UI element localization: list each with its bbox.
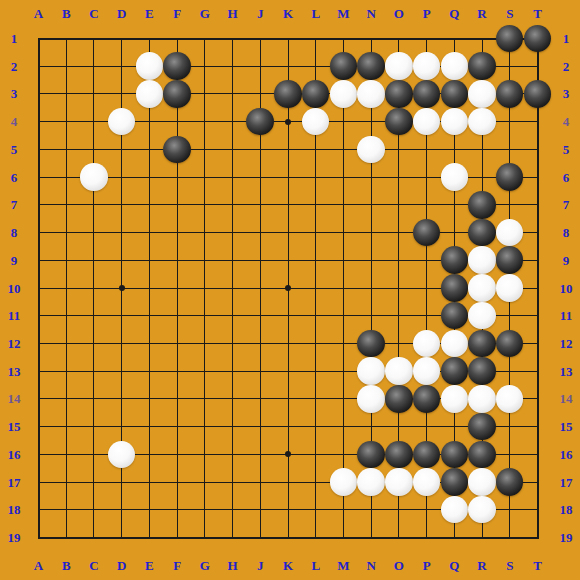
intersection-L2[interactable]	[302, 52, 330, 80]
intersection-Q13[interactable]: ●	[440, 357, 468, 385]
intersection-R11[interactable]: ●	[468, 302, 496, 330]
intersection-F6[interactable]	[163, 163, 191, 191]
stone-black-Q17[interactable]: ●	[441, 468, 469, 496]
intersection-A4[interactable]	[25, 108, 53, 136]
intersection-D8[interactable]	[108, 219, 136, 247]
intersection-A5[interactable]	[25, 136, 53, 164]
intersection-T6[interactable]	[524, 163, 552, 191]
intersection-C8[interactable]	[80, 219, 108, 247]
intersection-N10[interactable]	[357, 274, 385, 302]
intersection-T10[interactable]	[524, 274, 552, 302]
intersection-B9[interactable]	[52, 246, 80, 274]
intersection-R2[interactable]: ●	[468, 52, 496, 80]
intersection-N9[interactable]	[357, 246, 385, 274]
stone-black-N2[interactable]: ●	[357, 52, 385, 80]
intersection-D14[interactable]	[108, 385, 136, 413]
intersection-A10[interactable]	[25, 274, 53, 302]
intersection-O3[interactable]: ●	[385, 80, 413, 108]
intersection-A9[interactable]	[25, 246, 53, 274]
intersection-T12[interactable]	[524, 330, 552, 358]
intersection-H7[interactable]	[219, 191, 247, 219]
intersection-F7[interactable]	[163, 191, 191, 219]
stone-black-T1[interactable]: ●	[524, 25, 552, 53]
intersection-O7[interactable]	[385, 191, 413, 219]
intersection-J10[interactable]	[246, 274, 274, 302]
stone-white-Q6[interactable]: ●	[441, 163, 469, 191]
intersection-Q9[interactable]: ●	[440, 246, 468, 274]
intersection-F1[interactable]	[163, 25, 191, 53]
intersection-O10[interactable]	[385, 274, 413, 302]
intersection-R8[interactable]: ●	[468, 219, 496, 247]
intersection-T11[interactable]	[524, 302, 552, 330]
intersection-P15[interactable]	[413, 413, 441, 441]
intersection-E9[interactable]	[136, 246, 164, 274]
intersection-S13[interactable]	[496, 357, 524, 385]
stone-black-R15[interactable]: ●	[468, 413, 496, 441]
intersection-K7[interactable]	[274, 191, 302, 219]
stone-white-N13[interactable]: ●	[357, 357, 385, 385]
intersection-B16[interactable]	[52, 440, 80, 468]
stone-white-D16[interactable]: ●	[108, 441, 136, 469]
intersection-P3[interactable]: ●	[413, 80, 441, 108]
stone-black-S1[interactable]: ●	[496, 25, 524, 53]
intersection-M17[interactable]: ●	[330, 468, 358, 496]
intersection-N18[interactable]	[357, 496, 385, 524]
intersection-H8[interactable]	[219, 219, 247, 247]
intersection-S12[interactable]: ●	[496, 330, 524, 358]
stone-black-K3[interactable]: ●	[274, 80, 302, 108]
intersection-P2[interactable]: ●	[413, 52, 441, 80]
intersection-P8[interactable]: ●	[413, 219, 441, 247]
intersection-N14[interactable]: ●	[357, 385, 385, 413]
intersection-R9[interactable]: ●	[468, 246, 496, 274]
intersection-F5[interactable]: ●	[163, 136, 191, 164]
stone-white-Q2[interactable]: ●	[441, 52, 469, 80]
stone-black-F5[interactable]: ●	[163, 136, 191, 164]
intersection-P4[interactable]: ●	[413, 108, 441, 136]
intersection-A19[interactable]	[25, 524, 53, 552]
intersection-B14[interactable]	[52, 385, 80, 413]
intersection-L10[interactable]	[302, 274, 330, 302]
intersection-T3[interactable]: ●	[524, 80, 552, 108]
stone-black-O3[interactable]: ●	[385, 80, 413, 108]
intersection-M16[interactable]	[330, 440, 358, 468]
intersection-D15[interactable]	[108, 413, 136, 441]
intersection-N6[interactable]	[357, 163, 385, 191]
intersection-B4[interactable]	[52, 108, 80, 136]
intersection-D6[interactable]	[108, 163, 136, 191]
intersection-N16[interactable]: ●	[357, 440, 385, 468]
intersection-C9[interactable]	[80, 246, 108, 274]
intersection-E14[interactable]	[136, 385, 164, 413]
intersection-L1[interactable]	[302, 25, 330, 53]
intersection-N8[interactable]	[357, 219, 385, 247]
intersection-Q18[interactable]: ●	[440, 496, 468, 524]
intersection-J8[interactable]	[246, 219, 274, 247]
intersection-M1[interactable]	[330, 25, 358, 53]
stone-white-N5[interactable]: ●	[357, 136, 385, 164]
intersection-N2[interactable]: ●	[357, 52, 385, 80]
intersection-N5[interactable]: ●	[357, 136, 385, 164]
intersection-L17[interactable]	[302, 468, 330, 496]
intersection-N19[interactable]	[357, 524, 385, 552]
intersection-S1[interactable]: ●	[496, 25, 524, 53]
intersection-G11[interactable]	[191, 302, 219, 330]
intersection-P16[interactable]: ●	[413, 440, 441, 468]
stone-black-S6[interactable]: ●	[496, 163, 524, 191]
intersection-Q7[interactable]	[440, 191, 468, 219]
intersection-Q15[interactable]	[440, 413, 468, 441]
intersection-T14[interactable]	[524, 385, 552, 413]
intersection-E8[interactable]	[136, 219, 164, 247]
intersection-S6[interactable]: ●	[496, 163, 524, 191]
intersection-A13[interactable]	[25, 357, 53, 385]
intersection-G15[interactable]	[191, 413, 219, 441]
intersection-K9[interactable]	[274, 246, 302, 274]
intersection-G17[interactable]	[191, 468, 219, 496]
intersection-C17[interactable]	[80, 468, 108, 496]
intersection-J16[interactable]	[246, 440, 274, 468]
intersection-F13[interactable]	[163, 357, 191, 385]
intersection-R5[interactable]	[468, 136, 496, 164]
intersection-H9[interactable]	[219, 246, 247, 274]
stone-white-R17[interactable]: ●	[468, 468, 496, 496]
intersection-D5[interactable]	[108, 136, 136, 164]
intersection-G12[interactable]	[191, 330, 219, 358]
intersection-K16[interactable]	[274, 440, 302, 468]
stone-black-R16[interactable]: ●	[468, 441, 496, 469]
intersection-M10[interactable]	[330, 274, 358, 302]
intersection-O16[interactable]: ●	[385, 440, 413, 468]
intersection-N17[interactable]: ●	[357, 468, 385, 496]
intersection-G3[interactable]	[191, 80, 219, 108]
intersection-O1[interactable]	[385, 25, 413, 53]
intersection-O11[interactable]	[385, 302, 413, 330]
intersection-S15[interactable]	[496, 413, 524, 441]
intersection-T15[interactable]	[524, 413, 552, 441]
intersection-Q17[interactable]: ●	[440, 468, 468, 496]
intersection-K8[interactable]	[274, 219, 302, 247]
intersection-K6[interactable]	[274, 163, 302, 191]
intersection-E3[interactable]: ●	[136, 80, 164, 108]
intersection-K11[interactable]	[274, 302, 302, 330]
intersection-O17[interactable]: ●	[385, 468, 413, 496]
intersection-F15[interactable]	[163, 413, 191, 441]
intersection-B19[interactable]	[52, 524, 80, 552]
intersection-Q5[interactable]	[440, 136, 468, 164]
intersection-B18[interactable]	[52, 496, 80, 524]
stone-white-R3[interactable]: ●	[468, 80, 496, 108]
intersection-G2[interactable]	[191, 52, 219, 80]
intersection-K19[interactable]	[274, 524, 302, 552]
intersection-A14[interactable]	[25, 385, 53, 413]
intersection-C13[interactable]	[80, 357, 108, 385]
intersection-H10[interactable]	[219, 274, 247, 302]
intersection-C12[interactable]	[80, 330, 108, 358]
intersection-P5[interactable]	[413, 136, 441, 164]
intersection-H15[interactable]	[219, 413, 247, 441]
intersection-M9[interactable]	[330, 246, 358, 274]
intersection-T4[interactable]	[524, 108, 552, 136]
intersection-B13[interactable]	[52, 357, 80, 385]
stone-white-M3[interactable]: ●	[330, 80, 358, 108]
intersection-D3[interactable]	[108, 80, 136, 108]
intersection-R4[interactable]: ●	[468, 108, 496, 136]
intersection-D2[interactable]	[108, 52, 136, 80]
intersection-D4[interactable]: ●	[108, 108, 136, 136]
intersection-Q4[interactable]: ●	[440, 108, 468, 136]
intersection-D18[interactable]	[108, 496, 136, 524]
stone-white-S8[interactable]: ●	[496, 219, 524, 247]
intersection-S5[interactable]	[496, 136, 524, 164]
stone-white-R11[interactable]: ●	[468, 302, 496, 330]
intersection-B11[interactable]	[52, 302, 80, 330]
intersection-J11[interactable]	[246, 302, 274, 330]
intersection-M3[interactable]: ●	[330, 80, 358, 108]
intersection-G4[interactable]	[191, 108, 219, 136]
intersection-Q14[interactable]: ●	[440, 385, 468, 413]
intersection-F16[interactable]	[163, 440, 191, 468]
intersection-B1[interactable]	[52, 25, 80, 53]
intersection-E1[interactable]	[136, 25, 164, 53]
intersection-O2[interactable]: ●	[385, 52, 413, 80]
intersection-P19[interactable]	[413, 524, 441, 552]
intersection-O15[interactable]	[385, 413, 413, 441]
intersection-H5[interactable]	[219, 136, 247, 164]
intersection-A2[interactable]	[25, 52, 53, 80]
intersection-F9[interactable]	[163, 246, 191, 274]
stone-black-O14[interactable]: ●	[385, 385, 413, 413]
intersection-C18[interactable]	[80, 496, 108, 524]
intersection-R14[interactable]: ●	[468, 385, 496, 413]
intersection-L15[interactable]	[302, 413, 330, 441]
stone-white-P4[interactable]: ●	[413, 108, 441, 136]
stone-white-P12[interactable]: ●	[413, 330, 441, 358]
intersection-D11[interactable]	[108, 302, 136, 330]
intersection-T13[interactable]	[524, 357, 552, 385]
intersection-B10[interactable]	[52, 274, 80, 302]
intersection-P14[interactable]: ●	[413, 385, 441, 413]
intersection-J3[interactable]	[246, 80, 274, 108]
intersection-T8[interactable]	[524, 219, 552, 247]
intersection-C3[interactable]	[80, 80, 108, 108]
intersection-P6[interactable]	[413, 163, 441, 191]
intersection-J7[interactable]	[246, 191, 274, 219]
stone-black-S17[interactable]: ●	[496, 468, 524, 496]
intersection-A8[interactable]	[25, 219, 53, 247]
intersection-B15[interactable]	[52, 413, 80, 441]
intersection-H19[interactable]	[219, 524, 247, 552]
stone-black-P8[interactable]: ●	[413, 219, 441, 247]
intersection-D19[interactable]	[108, 524, 136, 552]
intersection-E18[interactable]	[136, 496, 164, 524]
intersection-C1[interactable]	[80, 25, 108, 53]
intersection-N12[interactable]: ●	[357, 330, 385, 358]
intersection-M19[interactable]	[330, 524, 358, 552]
intersection-T17[interactable]	[524, 468, 552, 496]
stone-black-P3[interactable]: ●	[413, 80, 441, 108]
intersection-S4[interactable]	[496, 108, 524, 136]
intersection-C7[interactable]	[80, 191, 108, 219]
intersection-S7[interactable]	[496, 191, 524, 219]
intersection-A16[interactable]	[25, 440, 53, 468]
intersection-H4[interactable]	[219, 108, 247, 136]
intersection-N7[interactable]	[357, 191, 385, 219]
intersection-C6[interactable]: ●	[80, 163, 108, 191]
intersection-Q12[interactable]: ●	[440, 330, 468, 358]
intersection-H14[interactable]	[219, 385, 247, 413]
intersection-M18[interactable]	[330, 496, 358, 524]
intersection-H12[interactable]	[219, 330, 247, 358]
stone-black-L3[interactable]: ●	[302, 80, 330, 108]
intersection-F8[interactable]	[163, 219, 191, 247]
intersection-K13[interactable]	[274, 357, 302, 385]
intersection-O8[interactable]	[385, 219, 413, 247]
stone-white-N3[interactable]: ●	[357, 80, 385, 108]
intersection-B8[interactable]	[52, 219, 80, 247]
intersection-G10[interactable]	[191, 274, 219, 302]
stone-white-R10[interactable]: ●	[468, 274, 496, 302]
intersection-S18[interactable]	[496, 496, 524, 524]
intersection-T5[interactable]	[524, 136, 552, 164]
stone-white-R14[interactable]: ●	[468, 385, 496, 413]
intersection-L19[interactable]	[302, 524, 330, 552]
intersection-G6[interactable]	[191, 163, 219, 191]
intersection-P18[interactable]	[413, 496, 441, 524]
intersection-O12[interactable]	[385, 330, 413, 358]
intersection-F17[interactable]	[163, 468, 191, 496]
intersection-T7[interactable]	[524, 191, 552, 219]
stone-white-E3[interactable]: ●	[136, 80, 164, 108]
intersection-K12[interactable]	[274, 330, 302, 358]
stone-white-R18[interactable]: ●	[468, 496, 496, 524]
intersection-H11[interactable]	[219, 302, 247, 330]
intersection-B5[interactable]	[52, 136, 80, 164]
intersection-R1[interactable]	[468, 25, 496, 53]
intersection-E5[interactable]	[136, 136, 164, 164]
intersection-Q10[interactable]: ●	[440, 274, 468, 302]
stone-white-Q18[interactable]: ●	[441, 496, 469, 524]
intersection-D12[interactable]	[108, 330, 136, 358]
intersection-K4[interactable]	[274, 108, 302, 136]
intersection-O14[interactable]: ●	[385, 385, 413, 413]
intersection-G18[interactable]	[191, 496, 219, 524]
intersection-Q16[interactable]: ●	[440, 440, 468, 468]
intersection-P10[interactable]	[413, 274, 441, 302]
stone-black-P16[interactable]: ●	[413, 441, 441, 469]
intersection-J17[interactable]	[246, 468, 274, 496]
intersection-C16[interactable]	[80, 440, 108, 468]
intersection-S10[interactable]: ●	[496, 274, 524, 302]
intersection-L6[interactable]	[302, 163, 330, 191]
intersection-J12[interactable]	[246, 330, 274, 358]
intersection-B3[interactable]	[52, 80, 80, 108]
stone-black-N16[interactable]: ●	[357, 441, 385, 469]
intersection-C2[interactable]	[80, 52, 108, 80]
intersection-O9[interactable]	[385, 246, 413, 274]
intersection-M2[interactable]: ●	[330, 52, 358, 80]
intersection-M14[interactable]	[330, 385, 358, 413]
intersection-Q6[interactable]: ●	[440, 163, 468, 191]
intersection-E19[interactable]	[136, 524, 164, 552]
stone-black-P14[interactable]: ●	[413, 385, 441, 413]
intersection-J19[interactable]	[246, 524, 274, 552]
intersection-K1[interactable]	[274, 25, 302, 53]
stone-white-O13[interactable]: ●	[385, 357, 413, 385]
intersection-R19[interactable]	[468, 524, 496, 552]
intersection-O18[interactable]	[385, 496, 413, 524]
stone-black-S9[interactable]: ●	[496, 246, 524, 274]
intersection-R6[interactable]	[468, 163, 496, 191]
intersection-E12[interactable]	[136, 330, 164, 358]
intersection-Q8[interactable]	[440, 219, 468, 247]
stone-black-Q9[interactable]: ●	[441, 246, 469, 274]
intersection-R13[interactable]: ●	[468, 357, 496, 385]
intersection-K3[interactable]: ●	[274, 80, 302, 108]
intersection-R10[interactable]: ●	[468, 274, 496, 302]
intersection-H17[interactable]	[219, 468, 247, 496]
intersection-D13[interactable]	[108, 357, 136, 385]
intersection-E6[interactable]	[136, 163, 164, 191]
intersection-B12[interactable]	[52, 330, 80, 358]
intersection-K5[interactable]	[274, 136, 302, 164]
intersection-H16[interactable]	[219, 440, 247, 468]
intersection-H18[interactable]	[219, 496, 247, 524]
stone-white-P2[interactable]: ●	[413, 52, 441, 80]
intersection-F10[interactable]	[163, 274, 191, 302]
intersection-G1[interactable]	[191, 25, 219, 53]
intersection-L16[interactable]	[302, 440, 330, 468]
intersection-S14[interactable]: ●	[496, 385, 524, 413]
intersection-K10[interactable]	[274, 274, 302, 302]
intersection-S8[interactable]: ●	[496, 219, 524, 247]
intersection-J15[interactable]	[246, 413, 274, 441]
intersection-N1[interactable]	[357, 25, 385, 53]
stone-white-N17[interactable]: ●	[357, 468, 385, 496]
intersection-P17[interactable]: ●	[413, 468, 441, 496]
intersection-M6[interactable]	[330, 163, 358, 191]
intersection-L13[interactable]	[302, 357, 330, 385]
intersection-C19[interactable]	[80, 524, 108, 552]
stone-black-N12[interactable]: ●	[357, 330, 385, 358]
stone-white-R9[interactable]: ●	[468, 246, 496, 274]
stone-white-R4[interactable]: ●	[468, 108, 496, 136]
intersection-D9[interactable]	[108, 246, 136, 274]
intersection-P1[interactable]	[413, 25, 441, 53]
intersection-M8[interactable]	[330, 219, 358, 247]
intersection-N11[interactable]	[357, 302, 385, 330]
intersection-O13[interactable]: ●	[385, 357, 413, 385]
stone-black-F2[interactable]: ●	[163, 52, 191, 80]
intersection-C15[interactable]	[80, 413, 108, 441]
intersection-D1[interactable]	[108, 25, 136, 53]
intersection-K18[interactable]	[274, 496, 302, 524]
stone-black-S12[interactable]: ●	[496, 330, 524, 358]
intersection-T18[interactable]	[524, 496, 552, 524]
intersection-R3[interactable]: ●	[468, 80, 496, 108]
intersection-F2[interactable]: ●	[163, 52, 191, 80]
stone-black-Q13[interactable]: ●	[441, 357, 469, 385]
intersection-Q11[interactable]: ●	[440, 302, 468, 330]
intersection-R16[interactable]: ●	[468, 440, 496, 468]
intersection-H13[interactable]	[219, 357, 247, 385]
intersection-A3[interactable]	[25, 80, 53, 108]
intersection-J14[interactable]	[246, 385, 274, 413]
stone-white-Q12[interactable]: ●	[441, 330, 469, 358]
intersection-O6[interactable]	[385, 163, 413, 191]
intersection-T16[interactable]	[524, 440, 552, 468]
stone-black-R7[interactable]: ●	[468, 191, 496, 219]
